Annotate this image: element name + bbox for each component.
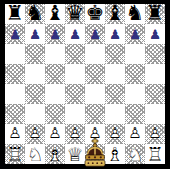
square-c6[interactable] [45,44,65,64]
piece-black-pawn[interactable]: ♟ [109,28,121,41]
piece-white-pawn[interactable]: ♟♙ [45,124,65,144]
piece-white-knight[interactable]: ♞♘ [125,144,145,164]
piece-black-bishop[interactable]: ♝ [106,3,125,24]
square-d6[interactable] [65,44,85,64]
chess-board: ♜♞♝♛♚♝♞♜♟♟♟♟♟♟♟♟♟♙♟♙♟♙♟♙♟♙♟♙♟♙♟♙♜♖♞♘♝♗♛♕… [5,4,165,164]
piece-black-pawn[interactable]: ♟ [129,28,141,41]
square-b2[interactable]: ♟♙ [25,124,45,144]
square-a4[interactable] [5,84,25,104]
square-d8[interactable]: ♛ [65,4,85,24]
piece-outline: ♙ [125,123,145,144]
square-d4[interactable] [65,84,85,104]
square-a1[interactable]: ♜♖ [5,144,25,164]
piece-white-rook[interactable]: ♜♖ [5,144,25,164]
square-f1[interactable]: ♝♗ [105,144,125,164]
piece-white-pawn[interactable]: ♟♙ [125,124,145,144]
piece-outline: ♗ [105,144,125,164]
piece-black-knight[interactable]: ♞ [126,3,145,24]
piece-black-pawn[interactable]: ♟ [89,28,101,41]
square-d7[interactable]: ♟ [65,24,85,44]
square-e8[interactable]: ♚ [85,4,105,24]
square-b8[interactable]: ♞ [25,4,45,24]
piece-white-knight[interactable]: ♞♘ [25,144,45,164]
piece-outline: ♙ [145,123,165,144]
square-c4[interactable] [45,84,65,104]
piece-outline: ♕ [65,144,85,164]
square-e7[interactable]: ♟ [85,24,105,44]
piece-black-knight[interactable]: ♞ [26,3,45,24]
piece-outline: ♘ [125,144,145,164]
square-b3[interactable] [25,104,45,124]
piece-outline: ♘ [25,144,45,164]
square-g4[interactable] [125,84,145,104]
square-a8[interactable]: ♜ [5,4,25,24]
square-h8[interactable]: ♜ [145,4,165,24]
square-c5[interactable] [45,64,65,84]
square-f3[interactable] [105,104,125,124]
square-b1[interactable]: ♞♘ [25,144,45,164]
piece-outline: ♙ [25,123,45,144]
piece-white-queen[interactable]: ♛♕ [65,144,85,164]
square-f2[interactable]: ♟♙ [105,124,125,144]
piece-black-pawn[interactable]: ♟ [69,28,81,41]
square-a5[interactable] [5,64,25,84]
square-e6[interactable] [85,44,105,64]
square-a3[interactable] [5,104,25,124]
square-a7[interactable]: ♟ [5,24,25,44]
square-g8[interactable]: ♞ [125,4,145,24]
square-c2[interactable]: ♟♙ [45,124,65,144]
white-king-crown-icon[interactable] [84,138,106,168]
square-d5[interactable] [65,64,85,84]
piece-outline: ♙ [105,123,125,144]
square-f8[interactable]: ♝ [105,4,125,24]
board-frame: ♜♞♝♛♚♝♞♜♟♟♟♟♟♟♟♟♟♙♟♙♟♙♟♙♟♙♟♙♟♙♟♙♜♖♞♘♝♗♛♕… [0,0,170,169]
piece-white-bishop[interactable]: ♝♗ [105,144,125,164]
piece-white-pawn[interactable]: ♟♙ [65,124,85,144]
square-e3[interactable] [85,104,105,124]
piece-black-rook[interactable]: ♜ [6,3,25,24]
piece-outline: ♗ [45,144,65,164]
piece-black-pawn[interactable]: ♟ [29,28,41,41]
square-g3[interactable] [125,104,145,124]
piece-outline: ♙ [65,123,85,144]
piece-black-rook[interactable]: ♜ [146,3,165,24]
piece-outline: ♖ [5,144,25,164]
square-h1[interactable]: ♜♖ [145,144,165,164]
piece-white-pawn[interactable]: ♟♙ [25,124,45,144]
square-c8[interactable]: ♝ [45,4,65,24]
piece-outline: ♙ [5,123,25,144]
square-h7[interactable]: ♟ [145,24,165,44]
square-f7[interactable]: ♟ [105,24,125,44]
square-h6[interactable] [145,44,165,64]
piece-black-queen[interactable]: ♛ [66,3,85,24]
square-g7[interactable]: ♟ [125,24,145,44]
square-g6[interactable] [125,44,145,64]
piece-black-pawn[interactable]: ♟ [149,28,161,41]
square-a6[interactable] [5,44,25,64]
piece-white-pawn[interactable]: ♟♙ [5,124,25,144]
square-g5[interactable] [125,64,145,84]
piece-white-pawn[interactable]: ♟♙ [105,124,125,144]
square-b7[interactable]: ♟ [25,24,45,44]
square-h3[interactable] [145,104,165,124]
piece-black-pawn[interactable]: ♟ [49,28,61,41]
square-h2[interactable]: ♟♙ [145,124,165,144]
square-e1[interactable] [85,144,105,164]
piece-black-king[interactable]: ♚ [86,3,105,24]
square-f6[interactable] [105,44,125,64]
square-d3[interactable] [65,104,85,124]
piece-outline: ♙ [45,123,65,144]
square-c1[interactable]: ♝♗ [45,144,65,164]
square-f4[interactable] [105,84,125,104]
piece-black-pawn[interactable]: ♟ [9,28,21,41]
piece-white-pawn[interactable]: ♟♙ [145,124,165,144]
square-h5[interactable] [145,64,165,84]
square-a2[interactable]: ♟♙ [5,124,25,144]
square-b5[interactable] [25,64,45,84]
square-b4[interactable] [25,84,45,104]
piece-outline: ♖ [145,144,165,164]
square-c7[interactable]: ♟ [45,24,65,44]
square-e5[interactable] [85,64,105,84]
piece-white-rook[interactable]: ♜♖ [145,144,165,164]
square-g2[interactable]: ♟♙ [125,124,145,144]
square-c3[interactable] [45,104,65,124]
piece-black-bishop[interactable]: ♝ [46,3,65,24]
square-d2[interactable]: ♟♙ [65,124,85,144]
crown-svg [84,138,106,168]
square-h4[interactable] [145,84,165,104]
square-e4[interactable] [85,84,105,104]
square-b6[interactable] [25,44,45,64]
piece-white-bishop[interactable]: ♝♗ [45,144,65,164]
square-g1[interactable]: ♞♘ [125,144,145,164]
square-f5[interactable] [105,64,125,84]
square-d1[interactable]: ♛♕ [65,144,85,164]
